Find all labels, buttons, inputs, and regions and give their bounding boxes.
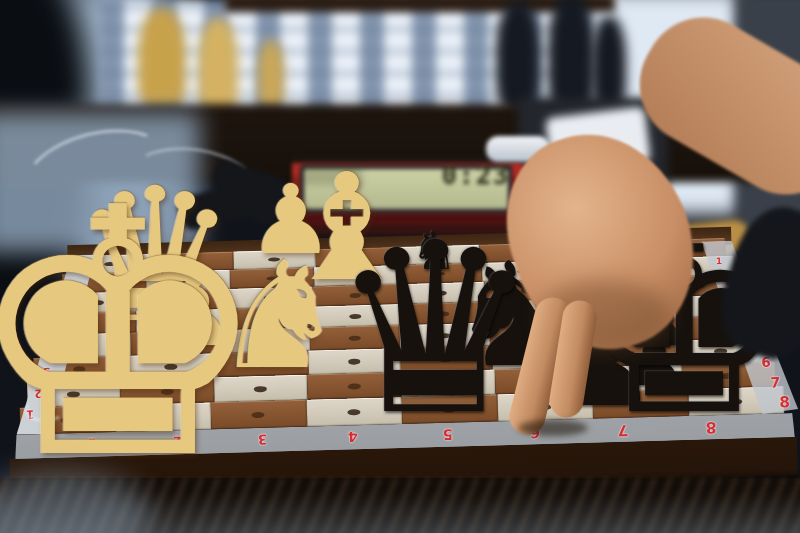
fingertip-shadow bbox=[518, 420, 588, 436]
photo-scene: 0:23 123456781234567812345678 ♚♛♟♞♟♝♛♞♞♟… bbox=[0, 0, 800, 533]
piece-white-king[interactable]: ♚ bbox=[0, 164, 271, 506]
